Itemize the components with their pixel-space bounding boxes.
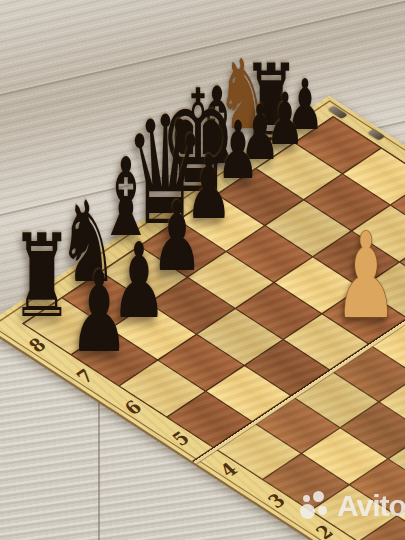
clasp-icon	[368, 129, 385, 140]
avito-logo-icon	[300, 491, 332, 521]
floor-plank-seam	[0, 0, 405, 110]
clasp-icon	[78, 258, 101, 273]
black-knight-g8: ♞	[217, 47, 269, 143]
avito-watermark: Avito	[300, 489, 405, 523]
photo-scene: 87654321 ♜♞♝♛♚♝♞♜♟♟♟♟♟♟♟♟♟ Avito	[0, 0, 405, 540]
floor-plank-joint	[98, 398, 100, 540]
watermark-label: Avito	[337, 489, 405, 523]
